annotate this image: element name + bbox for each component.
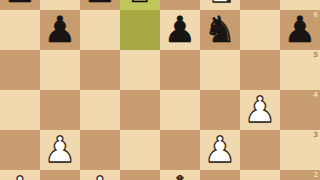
chess-board: 8♟♟♛♞7♟♟♞♟65♟4♟♟3♟♟♚21 bbox=[0, 0, 320, 180]
square-e4[interactable] bbox=[160, 90, 200, 130]
square-b6[interactable]: ♟ bbox=[40, 10, 80, 50]
piece-black-pawn-c7[interactable]: ♟ bbox=[80, 0, 120, 10]
square-b4[interactable] bbox=[40, 90, 80, 130]
square-a2[interactable]: ♟ bbox=[0, 170, 40, 180]
square-b3[interactable]: ♟ bbox=[40, 130, 80, 170]
square-c5[interactable] bbox=[80, 50, 120, 90]
piece-black-pawn-e6[interactable]: ♟ bbox=[160, 10, 200, 50]
square-d4[interactable] bbox=[120, 90, 160, 130]
square-h5[interactable]: 5 bbox=[280, 50, 320, 90]
square-d6[interactable] bbox=[120, 10, 160, 50]
square-h6[interactable]: ♟6 bbox=[280, 10, 320, 50]
square-e5[interactable] bbox=[160, 50, 200, 90]
piece-white-pawn-b3[interactable]: ♟ bbox=[40, 130, 80, 170]
square-b5[interactable] bbox=[40, 50, 80, 90]
square-a3[interactable] bbox=[0, 130, 40, 170]
square-d5[interactable] bbox=[120, 50, 160, 90]
square-h2[interactable]: 2 bbox=[280, 170, 320, 180]
piece-white-pawn-f3[interactable]: ♟ bbox=[200, 130, 240, 170]
square-g5[interactable] bbox=[240, 50, 280, 90]
piece-black-queen-d7[interactable]: ♛ bbox=[120, 0, 160, 10]
rank-label-4: 4 bbox=[313, 91, 318, 99]
game-viewport: 8♟♟♛♞7♟♟♞♟65♟4♟♟3♟♟♚21 bbox=[0, 0, 320, 180]
square-f3[interactable]: ♟ bbox=[200, 130, 240, 170]
piece-black-pawn-a7[interactable]: ♟ bbox=[0, 0, 40, 10]
square-e3[interactable] bbox=[160, 130, 200, 170]
square-a4[interactable] bbox=[0, 90, 40, 130]
square-f2[interactable] bbox=[200, 170, 240, 180]
square-e2[interactable]: ♚ bbox=[160, 170, 200, 180]
square-b2[interactable] bbox=[40, 170, 80, 180]
square-c7[interactable]: ♟ bbox=[80, 0, 120, 10]
square-g7[interactable] bbox=[240, 0, 280, 10]
square-c4[interactable] bbox=[80, 90, 120, 130]
rank-label-3: 3 bbox=[313, 131, 318, 139]
square-h4[interactable]: 4 bbox=[280, 90, 320, 130]
square-d3[interactable] bbox=[120, 130, 160, 170]
square-g6[interactable] bbox=[240, 10, 280, 50]
piece-white-pawn-c2[interactable]: ♟ bbox=[80, 170, 120, 180]
square-a6[interactable] bbox=[0, 10, 40, 50]
square-c6[interactable] bbox=[80, 10, 120, 50]
rank-label-5: 5 bbox=[313, 51, 318, 59]
square-d7[interactable]: ♛ bbox=[120, 0, 160, 10]
square-a5[interactable] bbox=[0, 50, 40, 90]
square-e6[interactable]: ♟ bbox=[160, 10, 200, 50]
piece-black-pawn-b6[interactable]: ♟ bbox=[40, 10, 80, 50]
square-a7[interactable]: ♟ bbox=[0, 0, 40, 10]
piece-white-king-e2[interactable]: ♚ bbox=[160, 170, 200, 180]
rank-label-2: 2 bbox=[313, 171, 318, 179]
square-d2[interactable] bbox=[120, 170, 160, 180]
rank-label-6: 6 bbox=[313, 11, 318, 19]
piece-white-pawn-a2[interactable]: ♟ bbox=[0, 170, 40, 180]
square-c3[interactable] bbox=[80, 130, 120, 170]
square-f4[interactable] bbox=[200, 90, 240, 130]
piece-white-pawn-g4[interactable]: ♟ bbox=[240, 90, 280, 130]
square-c2[interactable]: ♟ bbox=[80, 170, 120, 180]
square-f5[interactable] bbox=[200, 50, 240, 90]
square-g2[interactable] bbox=[240, 170, 280, 180]
square-h3[interactable]: 3 bbox=[280, 130, 320, 170]
piece-black-knight-f6[interactable]: ♞ bbox=[200, 10, 240, 50]
square-f6[interactable]: ♞ bbox=[200, 10, 240, 50]
square-g4[interactable]: ♟ bbox=[240, 90, 280, 130]
square-g3[interactable] bbox=[240, 130, 280, 170]
